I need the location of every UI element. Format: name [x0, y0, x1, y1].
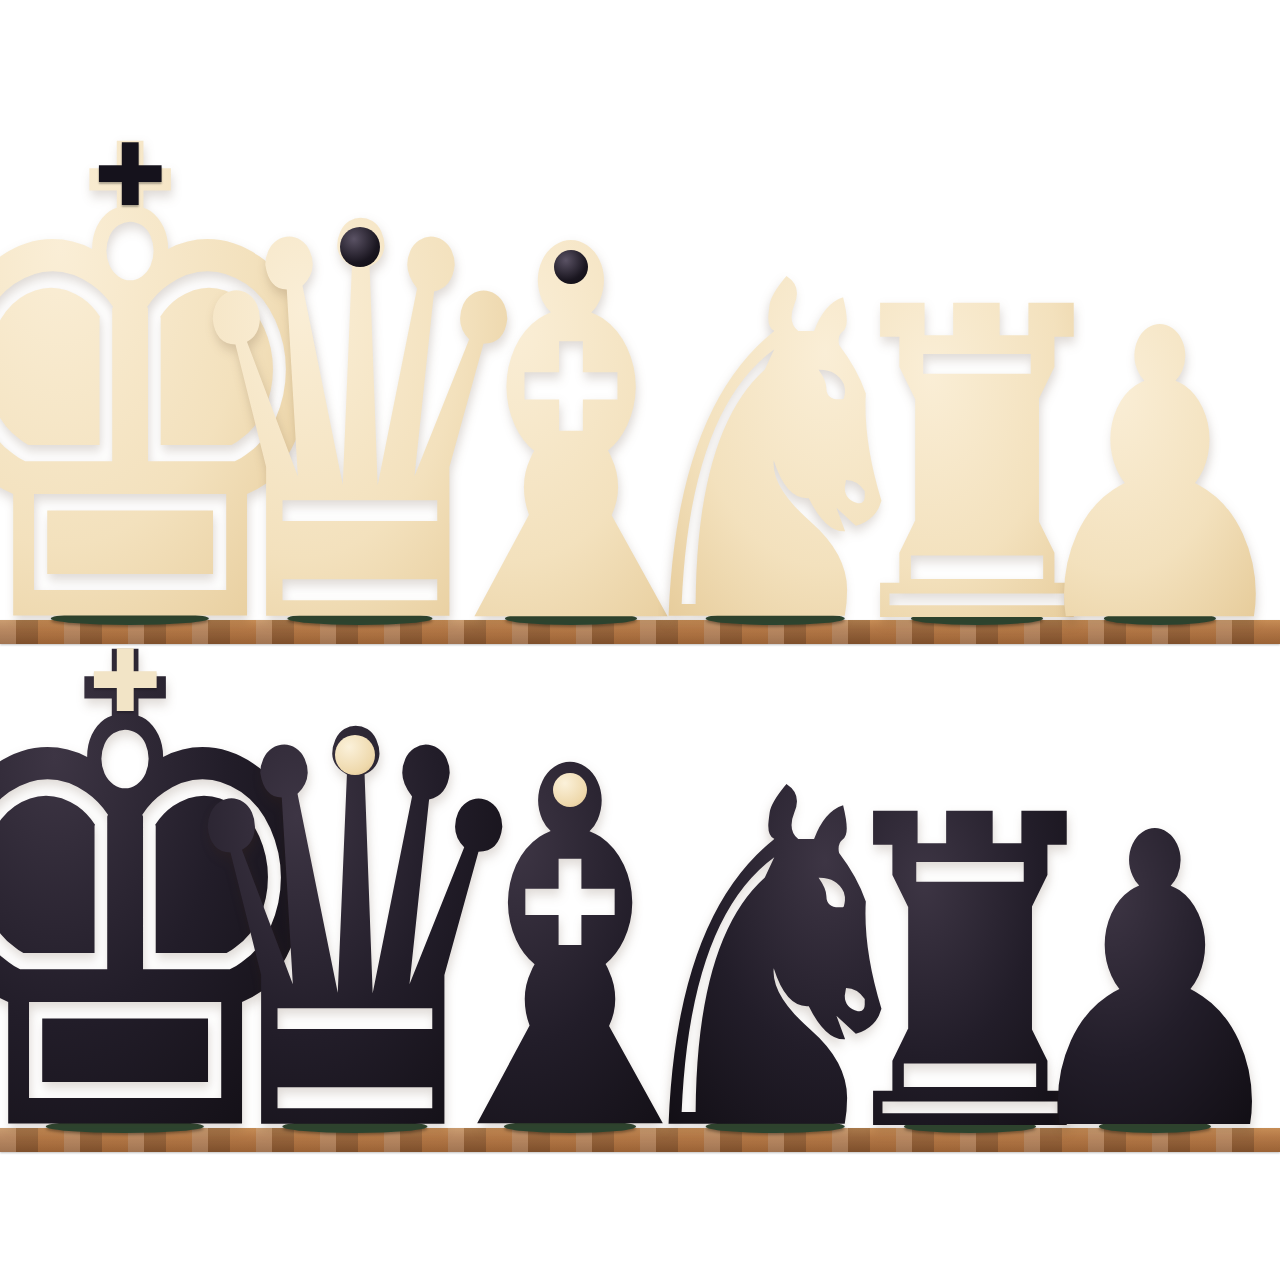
white-queen-ball-finial	[340, 227, 380, 267]
white-pawn: ♟	[1075, 387, 1245, 634]
white-king-cross-finial: ✚	[94, 132, 166, 218]
black-bishop-ball-finial	[553, 773, 587, 807]
chess-set-photo: ♚ ✚ ♛ ♝ ♞ ♜ ♟ ♚ ✚ ♛ ♝ ♞	[0, 0, 1280, 1280]
black-pawn-glyph: ♟	[1010, 782, 1280, 1187]
black-queen-ball-finial	[335, 735, 375, 775]
black-pawn: ♟	[1070, 890, 1240, 1142]
white-bishop-ball-finial	[554, 250, 588, 284]
black-king-cross-finial: ✚	[89, 638, 161, 724]
white-pawn-glyph: ♟	[1017, 278, 1280, 678]
